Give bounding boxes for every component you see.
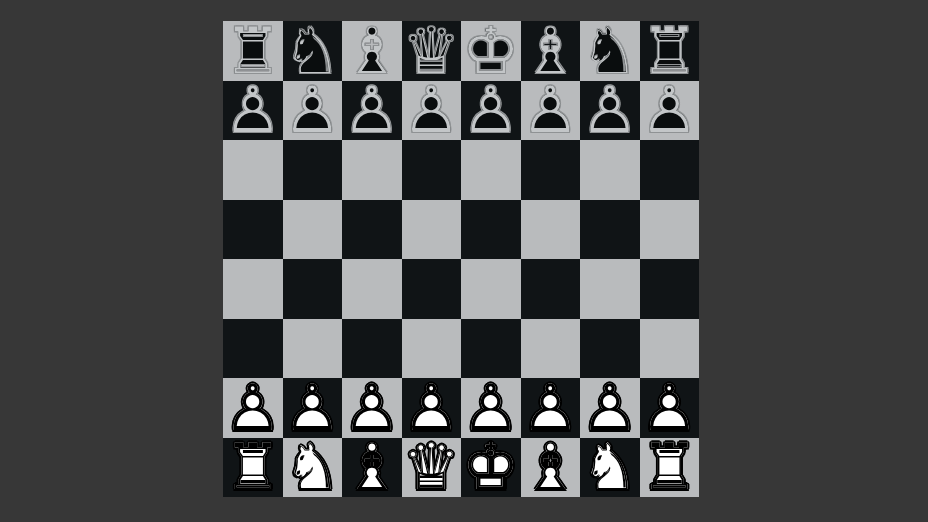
- piece-fill-glyph: ♞: [283, 438, 343, 498]
- piece-fill-glyph: ♞: [283, 21, 343, 81]
- square-b2[interactable]: ♟♙: [283, 378, 343, 438]
- piece-fill-glyph: ♟: [402, 81, 462, 141]
- piece-outline-glyph: ♗: [342, 21, 402, 81]
- square-c5[interactable]: [342, 200, 402, 260]
- square-c4[interactable]: [342, 259, 402, 319]
- square-e6[interactable]: [461, 140, 521, 200]
- white-pawn-h2[interactable]: ♟♙: [640, 378, 700, 438]
- square-e2[interactable]: ♟♙: [461, 378, 521, 438]
- black-queen-d8[interactable]: ♛♕: [402, 21, 462, 81]
- piece-outline-glyph: ♔: [461, 21, 521, 81]
- piece-outline-glyph: ♙: [342, 378, 402, 438]
- white-rook-a1[interactable]: ♜♖: [223, 438, 283, 498]
- white-bishop-c1[interactable]: ♝♗: [342, 438, 402, 498]
- black-pawn-f7[interactable]: ♟♙: [521, 81, 581, 141]
- piece-outline-glyph: ♖: [640, 21, 700, 81]
- square-b8[interactable]: ♞♘: [283, 21, 343, 81]
- piece-outline-glyph: ♙: [402, 378, 462, 438]
- piece-fill-glyph: ♟: [640, 378, 700, 438]
- square-a2[interactable]: ♟♙: [223, 378, 283, 438]
- piece-fill-glyph: ♟: [521, 378, 581, 438]
- piece-fill-glyph: ♛: [402, 438, 462, 498]
- square-h6[interactable]: [640, 140, 700, 200]
- white-pawn-f2[interactable]: ♟♙: [521, 378, 581, 438]
- square-b4[interactable]: [283, 259, 343, 319]
- piece-outline-glyph: ♗: [521, 438, 581, 498]
- square-e5[interactable]: [461, 200, 521, 260]
- square-c7[interactable]: ♟♙: [342, 81, 402, 141]
- square-a5[interactable]: [223, 200, 283, 260]
- piece-outline-glyph: ♘: [580, 21, 640, 81]
- square-d3[interactable]: [402, 319, 462, 379]
- piece-fill-glyph: ♟: [461, 81, 521, 141]
- black-knight-g8[interactable]: ♞♘: [580, 21, 640, 81]
- white-rook-h1[interactable]: ♜♖: [640, 438, 700, 498]
- square-d5[interactable]: [402, 200, 462, 260]
- white-pawn-a2[interactable]: ♟♙: [223, 378, 283, 438]
- square-d2[interactable]: ♟♙: [402, 378, 462, 438]
- piece-fill-glyph: ♝: [342, 438, 402, 498]
- white-pawn-c2[interactable]: ♟♙: [342, 378, 402, 438]
- square-g3[interactable]: [580, 319, 640, 379]
- square-g7[interactable]: ♟♙: [580, 81, 640, 141]
- square-d6[interactable]: [402, 140, 462, 200]
- piece-outline-glyph: ♖: [223, 438, 283, 498]
- square-b1[interactable]: ♞♘: [283, 438, 343, 498]
- black-pawn-c7[interactable]: ♟♙: [342, 81, 402, 141]
- piece-outline-glyph: ♗: [342, 438, 402, 498]
- chess-board: ♜♖♞♘♝♗♛♕♚♔♝♗♞♘♜♖♟♙♟♙♟♙♟♙♟♙♟♙♟♙♟♙♟♙♟♙♟♙♟♙…: [223, 21, 699, 497]
- piece-outline-glyph: ♙: [521, 378, 581, 438]
- black-pawn-a7[interactable]: ♟♙: [223, 81, 283, 141]
- white-pawn-g2[interactable]: ♟♙: [580, 378, 640, 438]
- white-pawn-e2[interactable]: ♟♙: [461, 378, 521, 438]
- square-h4[interactable]: [640, 259, 700, 319]
- black-pawn-e7[interactable]: ♟♙: [461, 81, 521, 141]
- square-d7[interactable]: ♟♙: [402, 81, 462, 141]
- square-h7[interactable]: ♟♙: [640, 81, 700, 141]
- piece-outline-glyph: ♙: [402, 81, 462, 141]
- square-f1[interactable]: ♝♗: [521, 438, 581, 498]
- piece-fill-glyph: ♚: [461, 438, 521, 498]
- piece-fill-glyph: ♜: [223, 21, 283, 81]
- square-h1[interactable]: ♜♖: [640, 438, 700, 498]
- black-rook-a8[interactable]: ♜♖: [223, 21, 283, 81]
- square-b5[interactable]: [283, 200, 343, 260]
- square-c6[interactable]: [342, 140, 402, 200]
- black-pawn-b7[interactable]: ♟♙: [283, 81, 343, 141]
- black-bishop-f8[interactable]: ♝♗: [521, 21, 581, 81]
- piece-fill-glyph: ♟: [283, 81, 343, 141]
- piece-fill-glyph: ♟: [223, 81, 283, 141]
- square-a7[interactable]: ♟♙: [223, 81, 283, 141]
- piece-fill-glyph: ♚: [461, 21, 521, 81]
- black-pawn-g7[interactable]: ♟♙: [580, 81, 640, 141]
- piece-outline-glyph: ♙: [580, 378, 640, 438]
- white-pawn-d2[interactable]: ♟♙: [402, 378, 462, 438]
- white-queen-d1[interactable]: ♛♕: [402, 438, 462, 498]
- piece-fill-glyph: ♝: [521, 21, 581, 81]
- square-c2[interactable]: ♟♙: [342, 378, 402, 438]
- black-king-e8[interactable]: ♚♔: [461, 21, 521, 81]
- piece-outline-glyph: ♙: [580, 81, 640, 141]
- square-a1[interactable]: ♜♖: [223, 438, 283, 498]
- square-g8[interactable]: ♞♘: [580, 21, 640, 81]
- square-c1[interactable]: ♝♗: [342, 438, 402, 498]
- piece-fill-glyph: ♟: [521, 81, 581, 141]
- piece-outline-glyph: ♗: [521, 21, 581, 81]
- square-g1[interactable]: ♞♘: [580, 438, 640, 498]
- square-h2[interactable]: ♟♙: [640, 378, 700, 438]
- square-f2[interactable]: ♟♙: [521, 378, 581, 438]
- square-f6[interactable]: [521, 140, 581, 200]
- square-b7[interactable]: ♟♙: [283, 81, 343, 141]
- piece-outline-glyph: ♙: [342, 81, 402, 141]
- square-d1[interactable]: ♛♕: [402, 438, 462, 498]
- square-a4[interactable]: [223, 259, 283, 319]
- piece-outline-glyph: ♙: [223, 81, 283, 141]
- piece-fill-glyph: ♟: [461, 378, 521, 438]
- piece-fill-glyph: ♟: [223, 378, 283, 438]
- piece-outline-glyph: ♙: [521, 81, 581, 141]
- black-pawn-d7[interactable]: ♟♙: [402, 81, 462, 141]
- piece-outline-glyph: ♕: [402, 21, 462, 81]
- white-king-e1[interactable]: ♚♔: [461, 438, 521, 498]
- square-f8[interactable]: ♝♗: [521, 21, 581, 81]
- black-bishop-c8[interactable]: ♝♗: [342, 21, 402, 81]
- black-pawn-h7[interactable]: ♟♙: [640, 81, 700, 141]
- square-e8[interactable]: ♚♔: [461, 21, 521, 81]
- white-knight-b1[interactable]: ♞♘: [283, 438, 343, 498]
- square-b3[interactable]: [283, 319, 343, 379]
- square-a3[interactable]: [223, 319, 283, 379]
- piece-fill-glyph: ♞: [580, 21, 640, 81]
- piece-fill-glyph: ♟: [342, 81, 402, 141]
- square-g2[interactable]: ♟♙: [580, 378, 640, 438]
- piece-outline-glyph: ♙: [461, 81, 521, 141]
- piece-outline-glyph: ♙: [223, 378, 283, 438]
- square-f7[interactable]: ♟♙: [521, 81, 581, 141]
- white-bishop-f1[interactable]: ♝♗: [521, 438, 581, 498]
- black-rook-h8[interactable]: ♜♖: [640, 21, 700, 81]
- square-d4[interactable]: [402, 259, 462, 319]
- piece-fill-glyph: ♝: [342, 21, 402, 81]
- piece-outline-glyph: ♙: [283, 378, 343, 438]
- piece-outline-glyph: ♙: [461, 378, 521, 438]
- piece-fill-glyph: ♛: [402, 21, 462, 81]
- white-pawn-b2[interactable]: ♟♙: [283, 378, 343, 438]
- square-c3[interactable]: [342, 319, 402, 379]
- square-f4[interactable]: [521, 259, 581, 319]
- square-g4[interactable]: [580, 259, 640, 319]
- piece-fill-glyph: ♟: [580, 81, 640, 141]
- piece-fill-glyph: ♜: [640, 21, 700, 81]
- piece-outline-glyph: ♖: [223, 21, 283, 81]
- black-knight-b8[interactable]: ♞♘: [283, 21, 343, 81]
- piece-outline-glyph: ♙: [283, 81, 343, 141]
- piece-outline-glyph: ♘: [580, 438, 640, 498]
- square-g5[interactable]: [580, 200, 640, 260]
- square-f3[interactable]: [521, 319, 581, 379]
- piece-fill-glyph: ♟: [342, 378, 402, 438]
- square-b6[interactable]: [283, 140, 343, 200]
- square-h5[interactable]: [640, 200, 700, 260]
- square-c8[interactable]: ♝♗: [342, 21, 402, 81]
- piece-fill-glyph: ♜: [640, 438, 700, 498]
- piece-fill-glyph: ♝: [521, 438, 581, 498]
- square-a6[interactable]: [223, 140, 283, 200]
- piece-outline-glyph: ♖: [640, 438, 700, 498]
- piece-outline-glyph: ♙: [640, 81, 700, 141]
- piece-outline-glyph: ♕: [402, 438, 462, 498]
- piece-fill-glyph: ♜: [223, 438, 283, 498]
- piece-fill-glyph: ♟: [402, 378, 462, 438]
- piece-fill-glyph: ♞: [580, 438, 640, 498]
- square-e4[interactable]: [461, 259, 521, 319]
- piece-outline-glyph: ♙: [640, 378, 700, 438]
- piece-fill-glyph: ♟: [283, 378, 343, 438]
- square-f5[interactable]: [521, 200, 581, 260]
- piece-fill-glyph: ♟: [640, 81, 700, 141]
- white-knight-g1[interactable]: ♞♘: [580, 438, 640, 498]
- square-a8[interactable]: ♜♖: [223, 21, 283, 81]
- square-h3[interactable]: [640, 319, 700, 379]
- square-g6[interactable]: [580, 140, 640, 200]
- square-e1[interactable]: ♚♔: [461, 438, 521, 498]
- square-d8[interactable]: ♛♕: [402, 21, 462, 81]
- piece-fill-glyph: ♟: [580, 378, 640, 438]
- piece-outline-glyph: ♔: [461, 438, 521, 498]
- piece-outline-glyph: ♘: [283, 21, 343, 81]
- app-background: ♜♖♞♘♝♗♛♕♚♔♝♗♞♘♜♖♟♙♟♙♟♙♟♙♟♙♟♙♟♙♟♙♟♙♟♙♟♙♟♙…: [0, 0, 928, 522]
- square-e3[interactable]: [461, 319, 521, 379]
- square-e7[interactable]: ♟♙: [461, 81, 521, 141]
- piece-outline-glyph: ♘: [283, 438, 343, 498]
- square-h8[interactable]: ♜♖: [640, 21, 700, 81]
